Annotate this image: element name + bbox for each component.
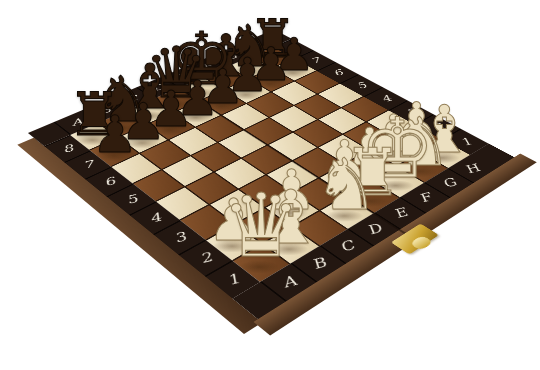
white-queen-a1[interactable]: ♛ xyxy=(222,184,301,272)
black-pawn-a7[interactable]: ♟ xyxy=(92,109,138,160)
chess-set-photo: ABCDEFGH ABCDEFGH 87654321 87654321 ♜♞♝♛… xyxy=(0,0,540,370)
white-knight-d1[interactable]: ♞ xyxy=(315,149,379,220)
brass-clasp-knob xyxy=(409,235,433,251)
